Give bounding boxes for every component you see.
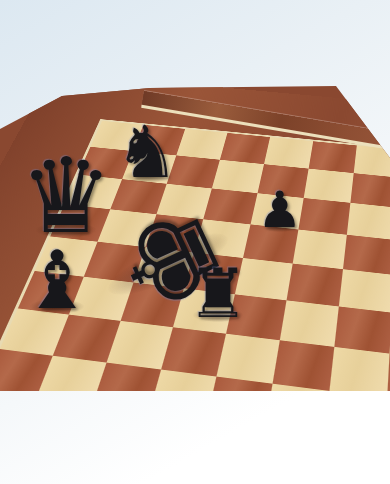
board-square [384, 398, 390, 455]
board-square [265, 384, 330, 439]
pieces-layer: ♞♟♛♚♝♜ [0, 0, 390, 484]
photo-stage: ♞♟♛♚♝♜ [0, 0, 390, 484]
board-square [324, 391, 387, 447]
chessboard: ♞♟♛♚♝♜ [0, 0, 390, 484]
black-rook-piece: ♜ [167, 257, 269, 332]
black-pawn-piece: ♟ [243, 183, 318, 238]
black-bishop-piece: ♝ [0, 237, 117, 325]
